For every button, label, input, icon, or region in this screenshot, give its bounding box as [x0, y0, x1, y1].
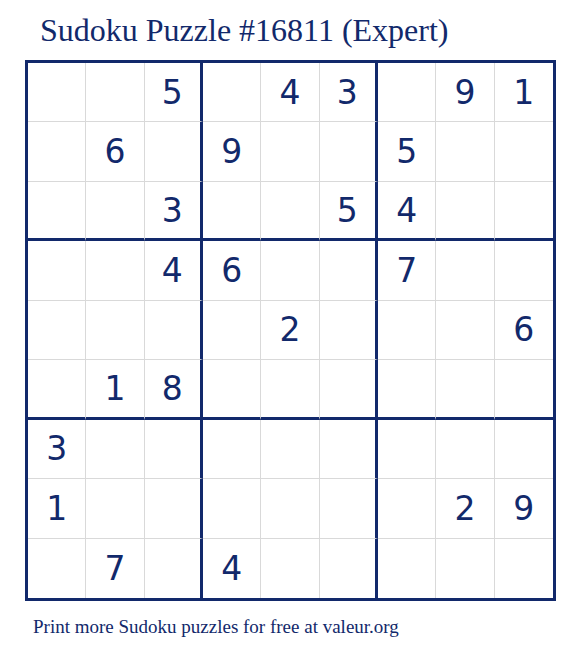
cell-r8c9: 9 — [495, 479, 553, 538]
cell-r6c1 — [28, 360, 86, 419]
cell-r3c5 — [261, 182, 319, 241]
cell-r1c3: 5 — [145, 63, 203, 122]
cell-r7c4 — [203, 420, 261, 479]
cell-r8c5 — [261, 479, 319, 538]
cell-r6c9 — [495, 360, 553, 419]
cell-r2c3 — [145, 122, 203, 181]
cell-r6c2: 1 — [86, 360, 144, 419]
cell-r8c6 — [320, 479, 378, 538]
cell-r7c7 — [378, 420, 436, 479]
cell-r4c8 — [436, 241, 494, 300]
cell-r1c8: 9 — [436, 63, 494, 122]
sudoku-board: 543916953544672618312974 — [25, 60, 556, 601]
cell-r1c1 — [28, 63, 86, 122]
cell-r2c6 — [320, 122, 378, 181]
cell-r2c1 — [28, 122, 86, 181]
cell-r4c2 — [86, 241, 144, 300]
cell-r8c8: 2 — [436, 479, 494, 538]
cell-r9c5 — [261, 539, 319, 598]
cell-r1c5: 4 — [261, 63, 319, 122]
cell-r7c6 — [320, 420, 378, 479]
cell-r7c3 — [145, 420, 203, 479]
cell-r9c3 — [145, 539, 203, 598]
cell-r4c1 — [28, 241, 86, 300]
cell-r4c5 — [261, 241, 319, 300]
cell-r5c4 — [203, 301, 261, 360]
cell-r6c5 — [261, 360, 319, 419]
cell-r9c7 — [378, 539, 436, 598]
cell-r5c2 — [86, 301, 144, 360]
cell-r6c8 — [436, 360, 494, 419]
cell-r3c6: 5 — [320, 182, 378, 241]
cell-r4c9 — [495, 241, 553, 300]
cell-r3c7: 4 — [378, 182, 436, 241]
cell-r4c3: 4 — [145, 241, 203, 300]
cell-r5c3 — [145, 301, 203, 360]
cell-r6c6 — [320, 360, 378, 419]
cell-r8c2 — [86, 479, 144, 538]
cell-r9c1 — [28, 539, 86, 598]
cell-r5c8 — [436, 301, 494, 360]
cell-r7c5 — [261, 420, 319, 479]
cell-r9c4: 4 — [203, 539, 261, 598]
cell-r3c3: 3 — [145, 182, 203, 241]
cell-r1c2 — [86, 63, 144, 122]
cell-r1c6: 3 — [320, 63, 378, 122]
cell-r2c9 — [495, 122, 553, 181]
cell-r8c3 — [145, 479, 203, 538]
cell-r8c4 — [203, 479, 261, 538]
cell-r5c1 — [28, 301, 86, 360]
cell-r3c9 — [495, 182, 553, 241]
cell-r5c7 — [378, 301, 436, 360]
cell-r2c2: 6 — [86, 122, 144, 181]
cell-r4c7: 7 — [378, 241, 436, 300]
cell-r1c9: 1 — [495, 63, 553, 122]
sudoku-page: Sudoku Puzzle #16811 (Expert) 5439169535… — [0, 0, 580, 651]
cell-r2c8 — [436, 122, 494, 181]
cell-r9c6 — [320, 539, 378, 598]
cell-r6c4 — [203, 360, 261, 419]
cell-r7c2 — [86, 420, 144, 479]
cell-r8c1: 1 — [28, 479, 86, 538]
cell-r3c4 — [203, 182, 261, 241]
footer-text: Print more Sudoku puzzles for free at va… — [33, 616, 399, 638]
cell-r1c7 — [378, 63, 436, 122]
cell-r7c8 — [436, 420, 494, 479]
page-title: Sudoku Puzzle #16811 (Expert) — [40, 12, 449, 48]
cell-r6c7 — [378, 360, 436, 419]
cell-r6c3: 8 — [145, 360, 203, 419]
cell-r9c2: 7 — [86, 539, 144, 598]
cell-r3c2 — [86, 182, 144, 241]
cell-r9c9 — [495, 539, 553, 598]
cell-r4c6 — [320, 241, 378, 300]
cell-r4c4: 6 — [203, 241, 261, 300]
cell-r5c6 — [320, 301, 378, 360]
cell-r1c4 — [203, 63, 261, 122]
cell-r3c8 — [436, 182, 494, 241]
cell-r7c1: 3 — [28, 420, 86, 479]
cell-r5c5: 2 — [261, 301, 319, 360]
cell-r2c4: 9 — [203, 122, 261, 181]
cell-r9c8 — [436, 539, 494, 598]
cell-r8c7 — [378, 479, 436, 538]
cell-r2c7: 5 — [378, 122, 436, 181]
cell-r5c9: 6 — [495, 301, 553, 360]
cell-r7c9 — [495, 420, 553, 479]
cell-r2c5 — [261, 122, 319, 181]
cell-r3c1 — [28, 182, 86, 241]
